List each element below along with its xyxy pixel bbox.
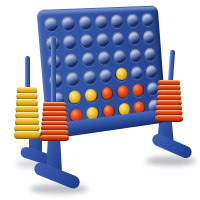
empty-hole [113, 49, 126, 63]
filled-hole [84, 88, 98, 103]
cell-r4-c5 [114, 65, 129, 82]
empty-hole [83, 70, 97, 85]
empty-hole [96, 33, 109, 47]
yellow-disc-stack [14, 87, 40, 138]
empty-hole [112, 32, 125, 46]
shadow-left-front-foot [30, 184, 88, 194]
filled-hole [100, 86, 113, 101]
cell-r4-c6 [129, 64, 144, 81]
empty-hole [64, 53, 78, 68]
yellow-disc [116, 68, 127, 81]
empty-hole [143, 30, 155, 43]
yellow-disc [68, 90, 80, 103]
cell-r2-c5 [111, 30, 126, 47]
cell-r2-c6 [126, 29, 141, 46]
left-rear-stack-pole [25, 56, 30, 90]
yellow-spare-ring [14, 131, 40, 138]
cell-r2-c2 [62, 33, 78, 51]
cell-r3-c4 [96, 49, 111, 66]
empty-hole [126, 13, 139, 27]
empty-hole [44, 17, 58, 32]
connect-four-product-photo [0, 0, 200, 200]
empty-hole [127, 31, 140, 45]
cell-r4-c7 [144, 63, 158, 80]
empty-hole [111, 14, 124, 28]
filled-hole [115, 67, 128, 81]
red-spare-ring [155, 115, 183, 121]
empty-hole [130, 66, 142, 80]
empty-hole [80, 33, 94, 47]
empty-hole [98, 50, 111, 64]
red-disc [101, 87, 113, 100]
cell-r1-c5 [109, 12, 124, 29]
right-stack-pole [168, 50, 175, 83]
cell-r1-c2 [60, 14, 76, 31]
cell-r1-c1 [43, 15, 60, 33]
cell-r1-c7 [140, 11, 154, 27]
empty-hole [78, 15, 92, 29]
empty-hole [144, 47, 156, 61]
empty-hole [99, 68, 112, 82]
empty-hole [95, 15, 108, 29]
cell-r3-c5 [112, 48, 127, 65]
red-spare-ring [40, 135, 69, 141]
empty-hole [145, 64, 157, 78]
cell-r4-c2 [65, 70, 81, 88]
cell-r4-c3 [82, 68, 98, 86]
empty-hole [63, 34, 77, 48]
red-disc-stack-left [40, 102, 69, 140]
left-front-stack-pole [51, 37, 56, 105]
cell-r5-c3 [83, 86, 99, 104]
red-disc-stack-right [155, 80, 183, 121]
cell-r5-c5 [115, 83, 130, 100]
empty-hole [141, 13, 153, 26]
empty-hole [61, 16, 75, 30]
cell-r3-c6 [128, 47, 143, 64]
cell-r2-c4 [95, 31, 110, 48]
cell-r1-c3 [77, 14, 93, 31]
cell-r3-c3 [80, 50, 96, 67]
empty-hole [129, 48, 142, 62]
filled-hole [68, 90, 82, 105]
filled-hole [132, 83, 144, 97]
cell-r1-c6 [125, 12, 140, 28]
cell-r4-c4 [98, 67, 113, 84]
red-disc [132, 84, 143, 97]
filled-hole [116, 84, 129, 98]
cell-r3-c7 [143, 46, 157, 62]
cell-r3-c2 [63, 51, 79, 69]
cell-r2-c7 [141, 28, 155, 44]
cell-r5-c6 [131, 81, 146, 98]
red-disc [117, 85, 128, 98]
empty-hole [66, 71, 80, 86]
cell-r1-c4 [94, 13, 110, 30]
cell-r5-c4 [99, 85, 114, 103]
empty-hole [81, 52, 95, 66]
yellow-disc [85, 89, 97, 102]
cell-r2-c3 [79, 32, 95, 49]
